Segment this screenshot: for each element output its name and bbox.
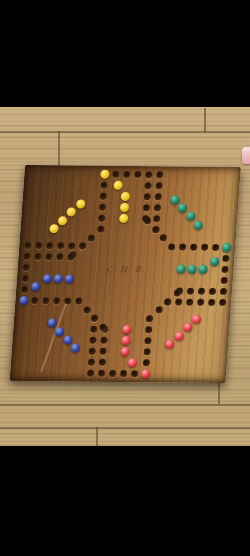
red-marble[interactable]	[120, 347, 130, 356]
yellow-marble[interactable]	[100, 169, 110, 178]
board-hole	[197, 299, 204, 306]
board-hole	[198, 288, 205, 295]
board-hole	[168, 243, 175, 250]
board-hole	[68, 242, 75, 249]
blue-marble[interactable]	[63, 335, 73, 344]
board-hole	[23, 253, 30, 260]
bottom-letterbox	[0, 446, 250, 556]
board-hole	[143, 360, 150, 367]
board-hole	[223, 255, 230, 262]
board-hole	[34, 253, 41, 260]
yellow-marble[interactable]	[75, 200, 85, 209]
board-hole	[144, 217, 151, 224]
board-hole	[221, 277, 228, 284]
plank-seam	[0, 427, 250, 429]
board-hole	[99, 359, 106, 366]
center-monogram: C. H. B.	[101, 264, 149, 274]
board-hole	[87, 235, 94, 242]
board-hole	[155, 193, 162, 200]
board-hole	[143, 204, 150, 211]
board-hole	[156, 171, 163, 178]
wood-crack	[40, 303, 66, 372]
green-marble[interactable]	[186, 212, 196, 221]
board-hole	[99, 192, 106, 199]
board-hole	[120, 370, 127, 377]
board-hole	[220, 288, 227, 295]
board-hole	[89, 337, 96, 344]
yellow-marble[interactable]	[120, 192, 130, 201]
board-hole	[31, 297, 38, 304]
red-marble[interactable]	[122, 325, 132, 334]
board-hole	[64, 298, 71, 305]
green-marble[interactable]	[210, 257, 220, 266]
game-board: C. H. B.	[10, 165, 241, 383]
green-marble[interactable]	[193, 220, 203, 229]
yellow-marble[interactable]	[113, 180, 123, 189]
board-hole	[153, 215, 160, 222]
board-hole	[145, 171, 152, 178]
board-hole	[97, 226, 104, 233]
board-hole	[156, 306, 163, 313]
board-hole	[20, 286, 27, 293]
board-hole	[164, 298, 171, 305]
board-hole	[201, 244, 208, 251]
plank-seam	[204, 108, 206, 132]
green-marble[interactable]	[178, 203, 188, 212]
board-hole	[154, 204, 161, 211]
green-marble[interactable]	[198, 265, 208, 274]
board-hole	[83, 307, 90, 314]
board-hole	[35, 242, 42, 249]
board-hole	[42, 297, 49, 304]
blue-marble[interactable]	[42, 274, 52, 283]
plank-seam	[0, 131, 250, 133]
yellow-marble[interactable]	[120, 203, 130, 212]
board-hole	[98, 215, 105, 222]
pink-object	[242, 147, 250, 164]
yellow-marble[interactable]	[119, 214, 129, 223]
blue-marble[interactable]	[31, 282, 41, 291]
board-hole	[131, 371, 138, 378]
red-marble[interactable]	[141, 370, 151, 379]
board-hole	[145, 326, 152, 333]
green-marble[interactable]	[176, 264, 186, 273]
board-hole	[212, 244, 219, 251]
green-marble[interactable]	[187, 265, 197, 274]
board-hole	[56, 253, 63, 260]
board-hole	[152, 226, 159, 233]
blue-marble[interactable]	[71, 344, 81, 353]
board-hole	[22, 264, 29, 271]
board-hole	[100, 337, 107, 344]
plank-seam	[0, 404, 250, 406]
top-letterbox	[0, 0, 250, 107]
board-hole	[134, 171, 141, 178]
plank-seam	[58, 131, 60, 165]
plank-seam	[218, 383, 220, 404]
blue-marble[interactable]	[65, 274, 75, 283]
red-marble[interactable]	[128, 358, 138, 367]
board-hole	[79, 242, 86, 249]
board-hole	[87, 370, 94, 377]
blue-marble[interactable]	[19, 296, 29, 305]
plank-seam	[96, 427, 98, 446]
board-hole	[179, 243, 186, 250]
board-hole	[109, 370, 116, 377]
board-hole	[91, 315, 98, 322]
board-hole	[187, 288, 194, 295]
board-hole	[53, 298, 60, 305]
board-hole	[112, 170, 119, 177]
blue-marble[interactable]	[53, 274, 63, 283]
board-hole	[173, 290, 180, 297]
red-marble[interactable]	[165, 339, 175, 348]
red-marble[interactable]	[192, 315, 202, 324]
board-hole	[75, 298, 82, 305]
red-marble[interactable]	[183, 323, 193, 332]
board-hole	[219, 299, 226, 306]
red-marble[interactable]	[121, 336, 131, 345]
board-hole	[90, 326, 97, 333]
board-hole	[99, 348, 106, 355]
yellow-marble[interactable]	[49, 224, 59, 233]
yellow-marble[interactable]	[58, 216, 68, 225]
board-hole	[190, 243, 197, 250]
board-hole	[160, 234, 167, 241]
blue-marble[interactable]	[55, 327, 65, 336]
board-hole	[186, 299, 193, 306]
board-hole	[24, 242, 31, 249]
board-hole	[144, 337, 151, 344]
board-photo: C. H. B.	[0, 0, 250, 556]
board-hole	[99, 324, 106, 331]
board-hole	[21, 275, 28, 282]
board-hole	[175, 299, 182, 306]
board-hole	[88, 348, 95, 355]
yellow-marble[interactable]	[67, 208, 77, 217]
board-hole	[98, 370, 105, 377]
board-hole	[45, 253, 52, 260]
board-hole	[99, 204, 106, 211]
board-hole	[145, 182, 152, 189]
board-hole	[67, 253, 74, 260]
board-hole	[144, 193, 151, 200]
board-hole	[146, 315, 153, 322]
board-hole	[156, 182, 163, 189]
board-hole	[144, 348, 151, 355]
board-hole	[87, 359, 94, 366]
board-hole	[100, 181, 107, 188]
board-hole	[57, 242, 64, 249]
green-marble[interactable]	[170, 195, 180, 204]
board-hole	[208, 299, 215, 306]
green-marble[interactable]	[222, 243, 232, 252]
board-hole	[222, 266, 229, 273]
board-hole	[46, 242, 53, 249]
board-hole	[209, 288, 216, 295]
board-hole	[123, 170, 130, 177]
red-marble[interactable]	[174, 331, 184, 340]
